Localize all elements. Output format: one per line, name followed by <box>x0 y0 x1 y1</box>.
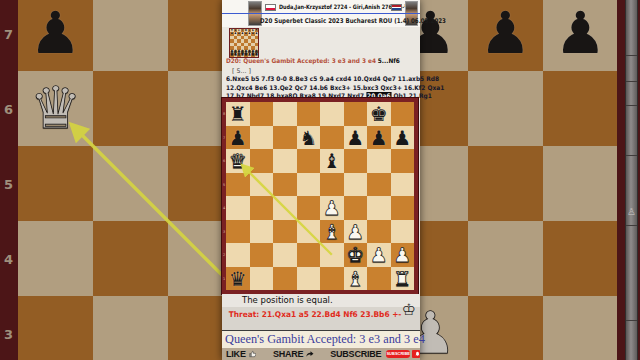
square-f4[interactable] <box>344 196 368 220</box>
square-h2[interactable]: ♟ <box>391 243 415 267</box>
opening-position-thumbnail[interactable]: ♜♞♝♛♚♝♞♜♟♟♟♟♟♟♟♟♟♟♟♟♟♟♟♟♜♞♝♛♚♝♞♜ <box>229 28 259 58</box>
square-d2[interactable] <box>297 243 321 267</box>
moves-row-2[interactable]: 12.Qxc4 Be6 13.Qe2 Qc7 14.b6 Bxc3+ 15.bx… <box>226 84 405 93</box>
square-c7[interactable] <box>273 126 297 150</box>
netherlands-flag-icon <box>391 4 402 11</box>
square-h7[interactable]: ♟ <box>391 126 415 150</box>
white-queen-a6[interactable]: ♛ <box>229 149 247 173</box>
square-e7[interactable] <box>320 126 344 150</box>
square-b3[interactable] <box>250 220 274 244</box>
square-g4[interactable] <box>367 196 391 220</box>
black-pawn-h7: ♟ <box>255 31 258 35</box>
square-c4[interactable] <box>273 196 297 220</box>
white-pawn-g2[interactable]: ♟ <box>370 243 388 267</box>
opening-banner: Queen's Gambit Accepted: 3 e3 and 3 e4 <box>222 330 420 348</box>
square-h1[interactable]: ♜ <box>391 267 415 291</box>
square-a7[interactable]: ♟ <box>226 126 250 150</box>
black-queen-a1[interactable]: ♛ <box>229 267 247 291</box>
square-f3[interactable]: ♟ <box>344 220 368 244</box>
white-king-icon: ♔ <box>402 302 416 318</box>
square-h4[interactable] <box>391 196 415 220</box>
square-b7[interactable] <box>250 126 274 150</box>
board-grid[interactable]: ♜♚♟♞♟♟♟♛♝♟♝♟♚♟♟♛♝♜ <box>226 102 414 290</box>
square-e6[interactable]: ♝ <box>320 149 344 173</box>
black-bishop-e6[interactable]: ♝ <box>323 149 341 173</box>
thumbnail-row: ♜♞♝♛♚♝♞♜♟♟♟♟♟♟♟♟♟♟♟♟♟♟♟♟♜♞♝♛♚♝♞♜ <box>222 27 420 56</box>
square-a2[interactable] <box>226 243 250 267</box>
black-knight-d7[interactable]: ♞ <box>299 126 317 150</box>
evaluation-text: The position is equal. <box>222 294 420 307</box>
mini-rank-6: 6 <box>222 159 226 163</box>
square-e5[interactable] <box>320 173 344 197</box>
square-g5[interactable] <box>367 173 391 197</box>
square-c5[interactable] <box>273 173 297 197</box>
square-f8[interactable] <box>344 102 368 126</box>
subscribe-label[interactable]: SUBSCRIBE <box>330 349 381 359</box>
event-line: D20 Superbet Classic 2023 Bucharest ROU … <box>260 17 446 25</box>
mini-rank-5: 5 <box>222 183 226 187</box>
white-pawn-f3[interactable]: ♟ <box>346 220 364 244</box>
black-rook-a8[interactable]: ♜ <box>229 102 247 126</box>
square-g8[interactable]: ♚ <box>367 102 391 126</box>
mini-rank-8: 8 <box>222 112 226 116</box>
bell-icon <box>415 351 420 357</box>
square-e2[interactable] <box>320 243 344 267</box>
mini-rank-3: 3 <box>222 230 226 234</box>
white-pawn-h2[interactable]: ♟ <box>393 243 411 267</box>
square-b8[interactable] <box>250 102 274 126</box>
square-d1[interactable] <box>297 267 321 291</box>
square-h8[interactable] <box>391 102 415 126</box>
square-e4[interactable]: ♟ <box>320 196 344 220</box>
header-divider <box>222 13 420 14</box>
engine-analysis: The position is equal. Threat: 21.Qxa1 a… <box>222 294 420 330</box>
square-c6[interactable] <box>273 149 297 173</box>
square-b1[interactable] <box>250 267 274 291</box>
square-b4[interactable] <box>250 196 274 220</box>
square-c3[interactable] <box>273 220 297 244</box>
threat-text: Threat: 21.Qxa1 a5 22.Bd4 Nf6 23.Bb6 +- <box>222 310 410 319</box>
square-a5[interactable] <box>226 173 250 197</box>
square-d4[interactable] <box>297 196 321 220</box>
social-bar: LIKE SHARE SUBSCRIBE SUBSCRIBE <box>222 348 420 360</box>
chessbase-panel: Duda,Jan-Krzysztof 2724 - Giri,Anish 276… <box>222 0 420 360</box>
opening-line: D20: Queen's Gambit Accepted: 3 e3 and 3… <box>226 57 403 64</box>
square-b2[interactable] <box>250 243 274 267</box>
white-bishop-e3[interactable]: ♝ <box>323 220 341 244</box>
square-f1[interactable]: ♝ <box>344 267 368 291</box>
opening-move[interactable]: 5...Nf6 <box>378 57 400 64</box>
mini-rank-4: 4 <box>222 206 226 210</box>
square-a6[interactable]: ♛ <box>226 149 250 173</box>
square-c8[interactable] <box>273 102 297 126</box>
mini-rank-7: 7 <box>222 136 226 140</box>
poland-flag-icon <box>265 4 276 11</box>
thumbs-up-icon[interactable] <box>249 349 256 359</box>
square-a1[interactable]: ♛ <box>226 267 250 291</box>
subscribe-button[interactable]: SUBSCRIBE <box>386 350 410 358</box>
square-g3[interactable] <box>367 220 391 244</box>
share-button[interactable]: SHARE <box>273 349 304 359</box>
square-c1[interactable] <box>273 267 297 291</box>
black-pawn-h7[interactable]: ♟ <box>393 126 411 150</box>
variation-bracket: [ 5... ] <box>232 67 251 74</box>
white-pawn-e4[interactable]: ♟ <box>323 196 341 220</box>
move-list[interactable]: 6.Nxe5 b5 7.f3 0-0 8.Be3 c5 9.a4 cxd4 10… <box>226 75 405 101</box>
like-button[interactable]: LIKE <box>226 349 246 359</box>
square-d5[interactable] <box>297 173 321 197</box>
square-f6[interactable] <box>344 149 368 173</box>
black-pawn-g7[interactable]: ♟ <box>370 126 388 150</box>
square-d6[interactable] <box>297 149 321 173</box>
square-h5[interactable] <box>391 173 415 197</box>
square-g6[interactable] <box>367 149 391 173</box>
square-e1[interactable] <box>320 267 344 291</box>
square-a3[interactable] <box>226 220 250 244</box>
white-bishop-f1[interactable]: ♝ <box>346 267 364 291</box>
square-b5[interactable] <box>250 173 274 197</box>
main-chess-board[interactable]: ♜♚♟♞♟♟♟♛♝♟♝♟♚♟♟♛♝♜ 8 7 6 5 4 3 2 1 <box>222 98 418 294</box>
white-rook-h1: ♜ <box>255 52 258 56</box>
share-arrow-icon[interactable] <box>306 349 314 359</box>
black-pawn-f7[interactable]: ♟ <box>346 126 364 150</box>
square-g7[interactable]: ♟ <box>367 126 391 150</box>
white-king-f2[interactable]: ♚ <box>346 243 364 267</box>
screenshot-stage: ♜♚♟♞♟♟♟♛♝♟♝♟♚♟♟♛♝♜ 7 6 5 4 3 ♙ <box>0 0 640 360</box>
square-b6[interactable] <box>250 149 274 173</box>
white-rook-h1[interactable]: ♜ <box>393 267 411 291</box>
square-a8[interactable]: ♜ <box>226 102 250 126</box>
square-d3[interactable] <box>297 220 321 244</box>
players-line: Duda,Jan-Krzysztof 2724 - Giri,Anish 276… <box>279 3 409 10</box>
moves-row-1[interactable]: 6.Nxe5 b5 7.f3 0-0 8.Be3 c5 9.a4 cxd4 10… <box>226 75 405 84</box>
square-a4[interactable] <box>226 196 250 220</box>
square-h6[interactable] <box>391 149 415 173</box>
square-f5[interactable] <box>344 173 368 197</box>
square-f2[interactable]: ♚ <box>344 243 368 267</box>
opening-name[interactable]: D20: Queen's Gambit Accepted: 3 e3 and 3… <box>226 57 376 64</box>
square-h1: ♜ <box>255 53 259 57</box>
square-g2[interactable]: ♟ <box>367 243 391 267</box>
square-h3[interactable] <box>391 220 415 244</box>
notification-bell-button[interactable] <box>412 350 420 358</box>
black-pawn-a7[interactable]: ♟ <box>229 126 247 150</box>
mini-rank-2: 2 <box>222 253 226 257</box>
game-header: Duda,Jan-Krzysztof 2724 - Giri,Anish 276… <box>222 0 420 27</box>
square-d7[interactable]: ♞ <box>297 126 321 150</box>
mini-rank-1: 1 <box>222 277 226 281</box>
square-d8[interactable] <box>297 102 321 126</box>
square-g1[interactable] <box>367 267 391 291</box>
square-e8[interactable] <box>320 102 344 126</box>
square-e3[interactable]: ♝ <box>320 220 344 244</box>
black-king-g8[interactable]: ♚ <box>370 102 388 126</box>
square-c2[interactable] <box>273 243 297 267</box>
square-f7[interactable]: ♟ <box>344 126 368 150</box>
